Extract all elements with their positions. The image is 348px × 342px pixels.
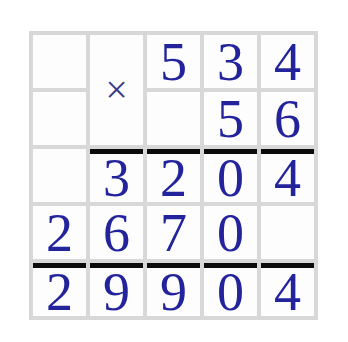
cell-r4c2: 6 xyxy=(90,206,143,259)
cell-r5c2: 9 xyxy=(90,263,143,316)
cell-r4c5 xyxy=(261,206,314,259)
cell-r4c1: 2 xyxy=(33,206,86,259)
cell-r3c5: 4 xyxy=(261,149,314,202)
cell-r1c1 xyxy=(33,35,86,88)
cell-r1c5: 4 xyxy=(261,35,314,88)
multiplication-board: × 5 3 4 5 6 3 2 0 4 2 6 7 0 2 9 9 0 4 xyxy=(29,31,318,320)
cell-r5c1: 2 xyxy=(33,263,86,316)
cell-r3c1 xyxy=(33,149,86,202)
cell-r4c3: 7 xyxy=(147,206,200,259)
cell-r5c4: 0 xyxy=(204,263,257,316)
cell-r2c3 xyxy=(147,92,200,145)
cell-r2c1 xyxy=(33,92,86,145)
cell-r3c2: 3 xyxy=(90,149,143,202)
cell-r3c3: 2 xyxy=(147,149,200,202)
cell-r3c4: 0 xyxy=(204,149,257,202)
cell-r4c4: 0 xyxy=(204,206,257,259)
cell-r1c3: 5 xyxy=(147,35,200,88)
cell-r1c4: 3 xyxy=(204,35,257,88)
worksheet-page: × 5 3 4 5 6 3 2 0 4 2 6 7 0 2 9 9 0 4 xyxy=(0,0,348,342)
cell-r5c3: 9 xyxy=(147,263,200,316)
cell-r2c5: 6 xyxy=(261,92,314,145)
cell-r2c4: 5 xyxy=(204,92,257,145)
cell-r5c5: 4 xyxy=(261,263,314,316)
multiply-sign-cell: × xyxy=(90,35,143,145)
